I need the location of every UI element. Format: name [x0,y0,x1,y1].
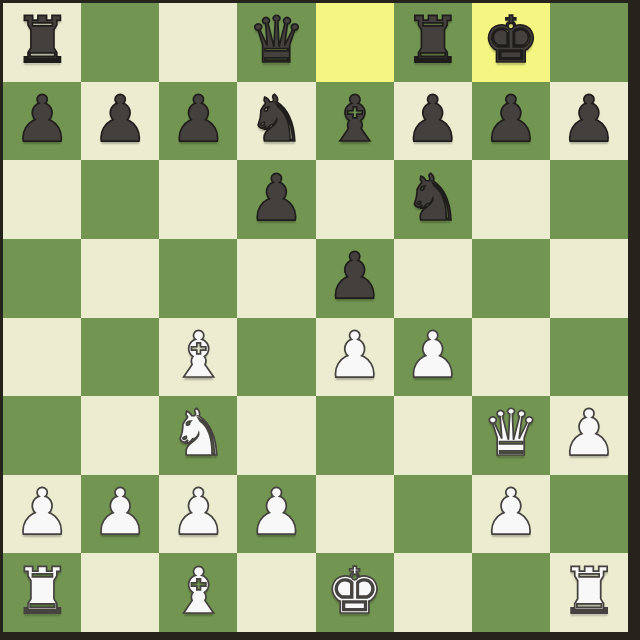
square-e3[interactable] [316,396,394,475]
square-c5[interactable] [159,239,237,318]
square-d6[interactable]: ♟ [237,160,315,239]
square-e1[interactable]: ♚ [316,553,394,632]
square-b2[interactable]: ♟ [81,475,159,554]
square-c3[interactable]: ♞ [159,396,237,475]
white-queen[interactable]: ♛ [482,401,539,465]
square-c6[interactable] [159,160,237,239]
square-g7[interactable]: ♟ [472,82,550,161]
square-d4[interactable] [237,318,315,397]
square-e6[interactable] [316,160,394,239]
square-e5[interactable]: ♟ [316,239,394,318]
square-h5[interactable] [550,239,628,318]
black-pawn[interactable]: ♟ [248,166,305,230]
square-g3[interactable]: ♛ [472,396,550,475]
white-pawn[interactable]: ♟ [404,323,461,387]
square-g1[interactable] [472,553,550,632]
board-frame: ♜♛♜♚♟♟♟♞♝♟♟♟♟♞♟♝♟♟♞♛♟♟♟♟♟♟♜♝♚♜ [0,0,640,640]
square-b8[interactable] [81,3,159,82]
black-pawn[interactable]: ♟ [482,87,539,151]
white-pawn[interactable]: ♟ [482,480,539,544]
white-pawn[interactable]: ♟ [92,480,149,544]
square-f8[interactable]: ♜ [394,3,472,82]
square-h2[interactable] [550,475,628,554]
black-pawn[interactable]: ♟ [13,87,70,151]
square-f2[interactable] [394,475,472,554]
square-f7[interactable]: ♟ [394,82,472,161]
square-d1[interactable] [237,553,315,632]
square-h7[interactable]: ♟ [550,82,628,161]
square-b6[interactable] [81,160,159,239]
white-pawn[interactable]: ♟ [560,401,617,465]
square-c2[interactable]: ♟ [159,475,237,554]
square-a2[interactable]: ♟ [3,475,81,554]
black-pawn[interactable]: ♟ [326,244,383,308]
square-h1[interactable]: ♜ [550,553,628,632]
square-g8[interactable]: ♚ [472,3,550,82]
white-pawn[interactable]: ♟ [170,480,227,544]
square-f3[interactable] [394,396,472,475]
square-e7[interactable]: ♝ [316,82,394,161]
square-f6[interactable]: ♞ [394,160,472,239]
square-a7[interactable]: ♟ [3,82,81,161]
black-pawn[interactable]: ♟ [92,87,149,151]
square-a8[interactable]: ♜ [3,3,81,82]
white-pawn[interactable]: ♟ [326,323,383,387]
square-c1[interactable]: ♝ [159,553,237,632]
square-h4[interactable] [550,318,628,397]
square-d2[interactable]: ♟ [237,475,315,554]
square-b5[interactable] [81,239,159,318]
black-king[interactable]: ♚ [482,8,539,72]
square-h3[interactable]: ♟ [550,396,628,475]
black-knight[interactable]: ♞ [248,87,305,151]
square-d7[interactable]: ♞ [237,82,315,161]
square-g6[interactable] [472,160,550,239]
square-h8[interactable] [550,3,628,82]
black-bishop[interactable]: ♝ [326,87,383,151]
square-c7[interactable]: ♟ [159,82,237,161]
square-g4[interactable] [472,318,550,397]
square-d8[interactable]: ♛ [237,3,315,82]
square-d3[interactable] [237,396,315,475]
chess-board: ♜♛♜♚♟♟♟♞♝♟♟♟♟♞♟♝♟♟♞♛♟♟♟♟♟♟♜♝♚♜ [3,3,628,632]
square-a1[interactable]: ♜ [3,553,81,632]
white-bishop[interactable]: ♝ [170,323,227,387]
square-f1[interactable] [394,553,472,632]
square-a6[interactable] [3,160,81,239]
black-pawn[interactable]: ♟ [404,87,461,151]
square-c8[interactable] [159,3,237,82]
square-a4[interactable] [3,318,81,397]
square-g5[interactable] [472,239,550,318]
square-d5[interactable] [237,239,315,318]
square-c4[interactable]: ♝ [159,318,237,397]
square-a3[interactable] [3,396,81,475]
square-e2[interactable] [316,475,394,554]
white-pawn[interactable]: ♟ [248,480,305,544]
square-b4[interactable] [81,318,159,397]
black-knight[interactable]: ♞ [404,166,461,230]
square-e8[interactable] [316,3,394,82]
white-rook[interactable]: ♜ [560,559,617,623]
square-f5[interactable] [394,239,472,318]
square-b7[interactable]: ♟ [81,82,159,161]
square-e4[interactable]: ♟ [316,318,394,397]
black-pawn[interactable]: ♟ [560,87,617,151]
black-rook[interactable]: ♜ [13,8,70,72]
square-a5[interactable] [3,239,81,318]
square-g2[interactable]: ♟ [472,475,550,554]
white-pawn[interactable]: ♟ [13,480,70,544]
white-knight[interactable]: ♞ [170,401,227,465]
black-queen[interactable]: ♛ [248,8,305,72]
white-king[interactable]: ♚ [326,559,383,623]
square-b3[interactable] [81,396,159,475]
white-rook[interactable]: ♜ [13,559,70,623]
square-b1[interactable] [81,553,159,632]
square-f4[interactable]: ♟ [394,318,472,397]
square-h6[interactable] [550,160,628,239]
black-pawn[interactable]: ♟ [170,87,227,151]
white-bishop[interactable]: ♝ [170,559,227,623]
black-rook[interactable]: ♜ [404,8,461,72]
